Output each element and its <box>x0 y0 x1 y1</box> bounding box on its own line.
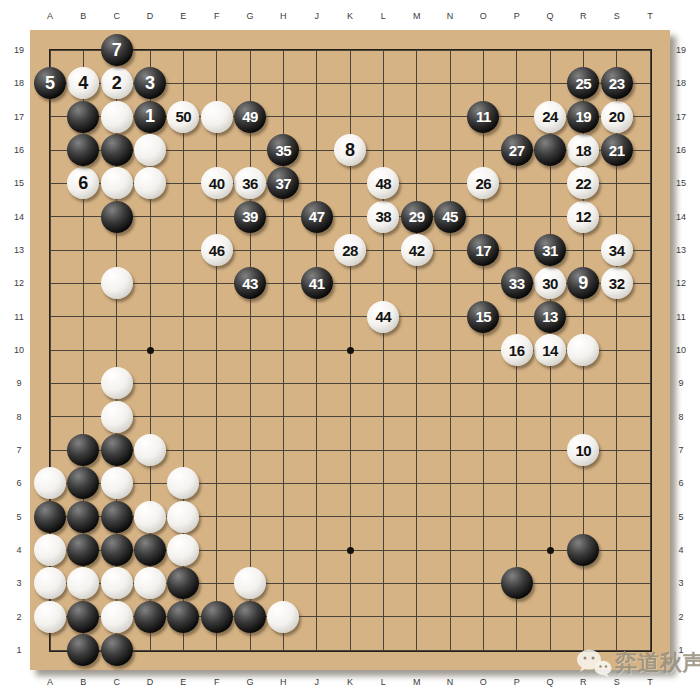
stone-C6-white <box>101 467 133 499</box>
row-label-right: 8 <box>670 411 692 423</box>
move-number: 42 <box>409 242 425 259</box>
move-number: 45 <box>442 208 458 225</box>
move-number: 49 <box>242 108 258 125</box>
stone-N14-black: 45 <box>434 201 466 233</box>
grid-line-vertical <box>450 50 451 650</box>
column-label-top: A <box>40 10 60 22</box>
move-number: 39 <box>242 208 258 225</box>
move-number: 16 <box>509 342 525 359</box>
stone-C8-white <box>101 401 133 433</box>
stone-C15-white <box>101 167 133 199</box>
row-label-right: 9 <box>670 377 692 389</box>
row-label-right: 13 <box>670 244 692 256</box>
move-number: 36 <box>242 175 258 192</box>
stone-M14-black: 29 <box>401 201 433 233</box>
stone-B17-black <box>67 101 99 133</box>
row-label-right: 18 <box>670 77 692 89</box>
column-label-top: P <box>507 10 527 22</box>
row-label-left: 16 <box>8 144 30 156</box>
row-label-right: 2 <box>670 611 692 623</box>
column-label-top: O <box>473 10 493 22</box>
stone-C7-black <box>101 434 133 466</box>
row-label-left: 17 <box>8 111 30 123</box>
column-label-top: K <box>340 10 360 22</box>
star-point <box>347 547 354 554</box>
stone-C12-white <box>101 267 133 299</box>
row-label-left: 3 <box>8 577 30 589</box>
column-label-bottom: K <box>340 676 360 688</box>
row-label-right: 3 <box>670 577 692 589</box>
stone-F2-black <box>201 601 233 633</box>
move-number: 5 <box>45 73 55 94</box>
stone-Q17-white: 24 <box>534 101 566 133</box>
stone-G14-black: 39 <box>234 201 266 233</box>
row-label-left: 2 <box>8 611 30 623</box>
move-number: 34 <box>609 242 625 259</box>
move-number: 20 <box>609 108 625 125</box>
move-number: 38 <box>375 208 391 225</box>
stone-F17-white <box>201 101 233 133</box>
grid-line-horizontal <box>50 650 650 651</box>
stone-P12-black: 33 <box>501 267 533 299</box>
move-number: 9 <box>578 273 588 294</box>
row-label-left: 14 <box>8 211 30 223</box>
stone-E5-white <box>167 501 199 533</box>
column-label-bottom: B <box>73 676 93 688</box>
move-number: 50 <box>175 108 191 125</box>
stone-Q11-black: 13 <box>534 301 566 333</box>
move-number: 32 <box>609 275 625 292</box>
row-label-left: 10 <box>8 344 30 356</box>
stone-D17-black: 1 <box>134 101 166 133</box>
column-label-top: S <box>607 10 627 22</box>
column-label-top: C <box>107 10 127 22</box>
move-number: 27 <box>509 142 525 159</box>
stone-C19-black: 7 <box>101 34 133 66</box>
stone-S18-black: 23 <box>601 67 633 99</box>
row-label-left: 1 <box>8 644 30 656</box>
move-number: 12 <box>575 208 591 225</box>
stone-R17-black: 19 <box>567 101 599 133</box>
move-number: 41 <box>309 275 325 292</box>
column-label-bottom: M <box>407 676 427 688</box>
move-number: 2 <box>112 73 122 94</box>
move-number: 15 <box>475 308 491 325</box>
column-label-top: M <box>407 10 427 22</box>
column-label-top: G <box>240 10 260 22</box>
move-number: 25 <box>575 75 591 92</box>
move-number: 46 <box>209 242 225 259</box>
grid-line-vertical <box>650 50 651 650</box>
row-label-right: 10 <box>670 344 692 356</box>
row-label-right: 14 <box>670 211 692 223</box>
move-number: 13 <box>542 308 558 325</box>
stone-D4-black <box>134 534 166 566</box>
stone-E2-black <box>167 601 199 633</box>
move-number: 44 <box>375 308 391 325</box>
column-label-top: D <box>140 10 160 22</box>
row-label-right: 7 <box>670 444 692 456</box>
row-label-left: 8 <box>8 411 30 423</box>
stone-L11-white: 44 <box>367 301 399 333</box>
stone-P3-black <box>501 567 533 599</box>
grid-line-vertical <box>383 50 384 650</box>
watermark-text: 弈道秋声 <box>615 648 700 678</box>
move-number: 17 <box>475 242 491 259</box>
column-label-top: F <box>207 10 227 22</box>
stone-K13-white: 28 <box>334 234 366 266</box>
stone-C17-white <box>101 101 133 133</box>
grid-line-horizontal <box>50 416 650 417</box>
stone-C3-white <box>101 567 133 599</box>
star-point <box>347 347 354 354</box>
column-label-bottom: O <box>473 676 493 688</box>
stone-S12-white: 32 <box>601 267 633 299</box>
move-number: 21 <box>609 142 625 159</box>
move-number: 6 <box>78 173 88 194</box>
move-number: 47 <box>309 208 325 225</box>
row-label-left: 12 <box>8 277 30 289</box>
wechat-icon <box>576 648 612 678</box>
move-number: 48 <box>375 175 391 192</box>
column-label-bottom: C <box>107 676 127 688</box>
row-label-left: 5 <box>8 511 30 523</box>
row-label-left: 7 <box>8 444 30 456</box>
move-number: 33 <box>509 275 525 292</box>
move-number: 7 <box>112 40 122 61</box>
row-label-left: 15 <box>8 177 30 189</box>
row-label-left: 6 <box>8 477 30 489</box>
column-label-bottom: D <box>140 676 160 688</box>
move-number: 11 <box>476 108 491 125</box>
column-label-bottom: H <box>273 676 293 688</box>
move-number: 8 <box>345 140 355 161</box>
stone-B1-black <box>67 634 99 666</box>
column-label-bottom: J <box>307 676 327 688</box>
stone-G2-black <box>234 601 266 633</box>
star-point <box>547 547 554 554</box>
column-label-top: H <box>273 10 293 22</box>
move-number: 19 <box>575 108 591 125</box>
move-number: 37 <box>275 175 291 192</box>
grid-line-horizontal <box>50 483 650 484</box>
column-label-bottom: Q <box>540 676 560 688</box>
row-label-right: 6 <box>670 477 692 489</box>
row-label-left: 19 <box>8 44 30 56</box>
grid-line-horizontal <box>50 383 650 384</box>
row-label-left: 9 <box>8 377 30 389</box>
stone-B2-black <box>67 601 99 633</box>
move-number: 35 <box>275 142 291 159</box>
move-number: 22 <box>575 175 591 192</box>
star-point <box>147 347 154 354</box>
row-label-left: 18 <box>8 77 30 89</box>
stone-A2-white <box>34 601 66 633</box>
row-label-right: 11 <box>670 311 692 323</box>
stone-C4-black <box>101 534 133 566</box>
grid-line-vertical <box>416 50 417 650</box>
stone-H2-white <box>267 601 299 633</box>
move-number: 26 <box>475 175 491 192</box>
stone-B5-black <box>67 501 99 533</box>
move-number: 30 <box>542 275 558 292</box>
column-label-top: Q <box>540 10 560 22</box>
row-label-right: 4 <box>670 544 692 556</box>
stone-C18-white: 2 <box>101 67 133 99</box>
row-label-right: 15 <box>670 177 692 189</box>
stone-C9-white <box>101 367 133 399</box>
column-label-top: B <box>73 10 93 22</box>
stone-Q10-white: 14 <box>534 334 566 366</box>
move-number: 40 <box>209 175 225 192</box>
move-number: 43 <box>242 275 258 292</box>
move-number: 10 <box>575 442 591 459</box>
stone-E17-white: 50 <box>167 101 199 133</box>
stone-F13-white: 46 <box>201 234 233 266</box>
column-label-top: L <box>373 10 393 22</box>
row-label-left: 4 <box>8 544 30 556</box>
row-label-right: 16 <box>670 144 692 156</box>
stone-R14-white: 12 <box>567 201 599 233</box>
stone-Q16-black <box>534 134 566 166</box>
stone-J12-black: 41 <box>301 267 333 299</box>
stone-C2-white <box>101 601 133 633</box>
stone-G17-black: 49 <box>234 101 266 133</box>
move-number: 23 <box>609 75 625 92</box>
watermark: 弈道秋声 <box>576 648 700 678</box>
row-label-right: 5 <box>670 511 692 523</box>
column-label-top: E <box>173 10 193 22</box>
stone-S17-white: 20 <box>601 101 633 133</box>
stone-A4-white <box>34 534 66 566</box>
row-label-left: 13 <box>8 244 30 256</box>
move-number: 14 <box>542 342 558 359</box>
stone-Q13-black: 31 <box>534 234 566 266</box>
row-label-right: 12 <box>670 277 692 289</box>
row-label-right: 17 <box>670 111 692 123</box>
move-number: 29 <box>409 208 425 225</box>
move-number: 28 <box>342 242 358 259</box>
column-label-top: R <box>573 10 593 22</box>
column-label-bottom: L <box>373 676 393 688</box>
row-label-left: 11 <box>8 311 30 323</box>
stone-P10-white: 16 <box>501 334 533 366</box>
column-label-bottom: G <box>240 676 260 688</box>
move-number: 3 <box>145 73 155 94</box>
move-number: 24 <box>542 108 558 125</box>
stone-P16-black: 27 <box>501 134 533 166</box>
move-number: 18 <box>575 142 591 159</box>
stone-L14-white: 38 <box>367 201 399 233</box>
stone-C16-black <box>101 134 133 166</box>
go-board: 1234567891011121314151617181920212223242… <box>30 30 670 670</box>
column-label-bottom: A <box>40 676 60 688</box>
diagram-background: 1234567891011121314151617181920212223242… <box>0 0 700 700</box>
stone-C14-black <box>101 201 133 233</box>
stone-O11-black: 15 <box>467 301 499 333</box>
column-label-top: N <box>440 10 460 22</box>
column-label-top: J <box>307 10 327 22</box>
row-label-right: 19 <box>670 44 692 56</box>
stone-M13-white: 42 <box>401 234 433 266</box>
stone-C1-black <box>101 634 133 666</box>
stone-C5-black <box>101 501 133 533</box>
stone-A5-black <box>34 501 66 533</box>
column-label-bottom: F <box>207 676 227 688</box>
stone-J14-black: 47 <box>301 201 333 233</box>
column-label-top: T <box>640 10 660 22</box>
move-number: 1 <box>145 106 155 127</box>
move-number: 31 <box>542 242 558 259</box>
column-label-bottom: E <box>173 676 193 688</box>
stone-K16-white: 8 <box>334 134 366 166</box>
grid-line-vertical <box>483 50 484 650</box>
stone-D7-white <box>134 434 166 466</box>
stone-D16-white <box>134 134 166 166</box>
stone-D2-black <box>134 601 166 633</box>
column-label-bottom: P <box>507 676 527 688</box>
move-number: 4 <box>78 73 88 94</box>
stone-F15-white: 40 <box>201 167 233 199</box>
stone-S16-black: 21 <box>601 134 633 166</box>
stone-O17-black: 11 <box>467 101 499 133</box>
stone-D5-white <box>134 501 166 533</box>
column-label-bottom: N <box>440 676 460 688</box>
stone-S13-white: 34 <box>601 234 633 266</box>
